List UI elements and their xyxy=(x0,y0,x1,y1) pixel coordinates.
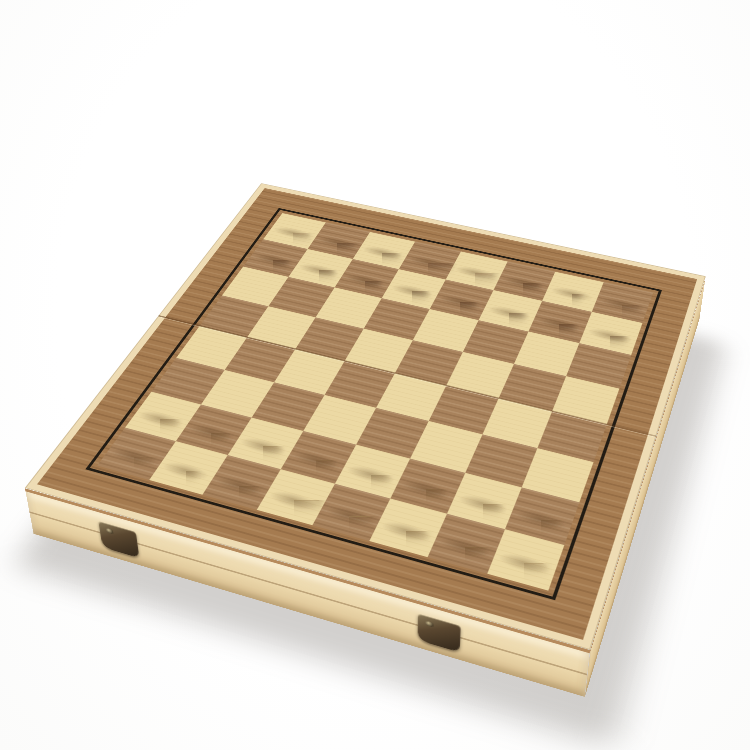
clasp-right-icon xyxy=(418,614,461,653)
product-photo-scene: ♜♞♝♚♛♝♞♜♟♟♟♟♟♟♟♟♟♟♟♟♟♟♟♟♜♞♝♚♛♝♞♜ xyxy=(0,0,750,750)
clasp-left-icon xyxy=(98,521,139,558)
chess-board-3d: ♜♞♝♚♛♝♞♜♟♟♟♟♟♟♟♟♟♟♟♟♟♟♟♟♜♞♝♚♛♝♞♜ xyxy=(25,183,706,650)
